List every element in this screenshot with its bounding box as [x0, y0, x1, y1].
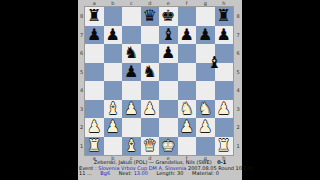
- square-a5: [85, 63, 104, 82]
- square-b1: [104, 137, 123, 156]
- square-c2: [122, 118, 141, 137]
- rank-label-right-5: 5: [234, 63, 242, 82]
- black-pawn-icon: ♟: [85, 26, 104, 45]
- black-bishop-icon: ♝: [205, 54, 224, 73]
- rank-label-right-2: 2: [234, 118, 242, 137]
- black-rook-icon: ♜: [85, 7, 104, 26]
- square-d2: [141, 118, 160, 137]
- rank-label-left-3: 3: [78, 100, 85, 119]
- white-pawn-icon: ♟: [141, 100, 160, 119]
- rank-label-right-7: 7: [234, 26, 242, 45]
- black-rook-icon: ♜: [215, 7, 234, 26]
- file-labels-top: abcdefgh: [85, 0, 233, 7]
- move-line: 11 ... Bg6 Next: 13.00 Length: 30 Materi…: [78, 171, 242, 177]
- square-b7: ♟: [104, 26, 123, 45]
- next-value: 13.00: [134, 170, 148, 176]
- square-g7: ♟: [196, 26, 215, 45]
- square-b8: [104, 7, 123, 26]
- game-info: Zeberski, Jakub (POL) — Grandelius, Nils…: [78, 160, 242, 177]
- rank-label-left-2: 2: [78, 118, 85, 137]
- file-label-top-g: g: [196, 0, 215, 7]
- chess-board: ♜♛♚♜♟♟♝♟♟♟♞♟♝♟♞♝♟♟♞♞♟♟♟♟♟♜♝♛♚♜: [85, 7, 233, 155]
- square-b3: ♝: [104, 100, 123, 119]
- square-b2: ♟: [104, 118, 123, 137]
- square-f7: ♟: [178, 26, 197, 45]
- square-e5: [159, 63, 178, 82]
- square-a4: [85, 81, 104, 100]
- black-pawn-icon: ♟: [178, 26, 197, 45]
- current-move: Bg6: [100, 170, 110, 176]
- square-h8: ♜: [215, 7, 234, 26]
- square-c4: [122, 81, 141, 100]
- white-pawn-icon: ♟: [85, 118, 104, 137]
- square-a7: ♟: [85, 26, 104, 45]
- square-e4: [159, 81, 178, 100]
- letterbox-left: [0, 0, 78, 180]
- white-knight-icon: ♞: [178, 100, 197, 119]
- rank-label-left-7: 7: [78, 26, 85, 45]
- white-pawn-icon: ♟: [196, 118, 215, 137]
- rank-label-left-4: 4: [78, 81, 85, 100]
- square-f4: [178, 81, 197, 100]
- rank-label-right-8: 8: [234, 7, 242, 26]
- chess-diagram-panel: abcdefgh 87654321 ♜♛♚♜♟♟♝♟♟♟♞♟♝♟♞♝♟♟♞♞♟♟…: [78, 0, 242, 180]
- square-f1: [178, 137, 197, 156]
- square-e7: ♝: [159, 26, 178, 45]
- square-f5: [178, 63, 197, 82]
- next-label: Next:: [119, 170, 132, 176]
- white-bishop-icon: ♝: [122, 137, 141, 156]
- square-h1: ♜: [215, 137, 234, 156]
- black-knight-icon: ♞: [141, 63, 160, 82]
- rank-labels-left: 87654321: [78, 7, 85, 155]
- square-e3: [159, 100, 178, 119]
- rank-label-left-1: 1: [78, 137, 85, 156]
- square-f6: [178, 44, 197, 63]
- black-pawn-icon: ♟: [104, 26, 123, 45]
- white-knight-icon: ♞: [196, 100, 215, 119]
- video-frame: abcdefgh 87654321 ♜♛♚♜♟♟♝♟♟♟♞♟♝♟♞♝♟♟♞♞♟♟…: [0, 0, 320, 180]
- square-d4: [141, 81, 160, 100]
- square-a6: [85, 44, 104, 63]
- square-g6: ♝: [196, 44, 215, 63]
- square-b6: [104, 44, 123, 63]
- rank-label-right-3: 3: [234, 100, 242, 119]
- square-f2: ♟: [178, 118, 197, 137]
- square-f3: ♞: [178, 100, 197, 119]
- white-pawn-icon: ♟: [104, 118, 123, 137]
- rank-label-left-8: 8: [78, 7, 85, 26]
- move-number: 11 ...: [79, 170, 92, 176]
- black-pawn-icon: ♟: [122, 63, 141, 82]
- square-e6: ♟: [159, 44, 178, 63]
- square-b4: [104, 81, 123, 100]
- black-pawn-icon: ♟: [215, 26, 234, 45]
- black-bishop-icon: ♝: [159, 26, 178, 45]
- square-g2: ♟: [196, 118, 215, 137]
- rank-label-right-1: 1: [234, 137, 242, 156]
- square-c7: [122, 26, 141, 45]
- black-knight-icon: ♞: [122, 44, 141, 63]
- square-g3: ♞: [196, 100, 215, 119]
- white-pawn-icon: ♟: [122, 100, 141, 119]
- square-h7: ♟: [215, 26, 234, 45]
- square-h3: ♟: [215, 100, 234, 119]
- square-d7: [141, 26, 160, 45]
- square-e1: ♚: [159, 137, 178, 156]
- white-bishop-icon: ♝: [104, 100, 123, 119]
- length-label: Length:: [157, 170, 176, 176]
- black-king-icon: ♚: [159, 7, 178, 26]
- square-d1: ♛: [141, 137, 160, 156]
- square-b5: [104, 63, 123, 82]
- square-a3: [85, 100, 104, 119]
- square-e8: ♚: [159, 7, 178, 26]
- square-g1: [196, 137, 215, 156]
- black-pawn-icon: ♟: [159, 44, 178, 63]
- file-label-top-c: c: [122, 0, 141, 7]
- square-h4: [215, 81, 234, 100]
- square-d6: [141, 44, 160, 63]
- file-label-top-b: b: [104, 0, 123, 7]
- white-pawn-icon: ♟: [178, 118, 197, 137]
- rank-label-left-6: 6: [78, 44, 85, 63]
- material-value: 0: [216, 170, 219, 176]
- square-c1: ♝: [122, 137, 141, 156]
- rank-label-left-5: 5: [78, 63, 85, 82]
- square-a2: ♟: [85, 118, 104, 137]
- square-c6: ♞: [122, 44, 141, 63]
- square-d5: ♞: [141, 63, 160, 82]
- square-f8: [178, 7, 197, 26]
- white-rook-icon: ♜: [215, 137, 234, 156]
- square-d3: ♟: [141, 100, 160, 119]
- letterbox-right: [242, 0, 320, 180]
- square-g8: [196, 7, 215, 26]
- square-c5: ♟: [122, 63, 141, 82]
- file-label-top-f: f: [178, 0, 197, 7]
- white-queen-icon: ♛: [141, 137, 160, 156]
- rank-label-right-4: 4: [234, 81, 242, 100]
- square-c3: ♟: [122, 100, 141, 119]
- rank-label-right-6: 6: [234, 44, 242, 63]
- square-h2: [215, 118, 234, 137]
- square-e2: [159, 118, 178, 137]
- black-pawn-icon: ♟: [196, 26, 215, 45]
- white-king-icon: ♚: [159, 137, 178, 156]
- white-rook-icon: ♜: [85, 137, 104, 156]
- material-label: Material:: [192, 170, 214, 176]
- square-c8: [122, 7, 141, 26]
- white-pawn-icon: ♟: [215, 100, 234, 119]
- rank-labels-right: 87654321: [234, 7, 242, 155]
- square-d8: ♛: [141, 7, 160, 26]
- square-g4: [196, 81, 215, 100]
- length-value: 30: [177, 170, 183, 176]
- black-queen-icon: ♛: [141, 7, 160, 26]
- square-a1: ♜: [85, 137, 104, 156]
- square-a8: ♜: [85, 7, 104, 26]
